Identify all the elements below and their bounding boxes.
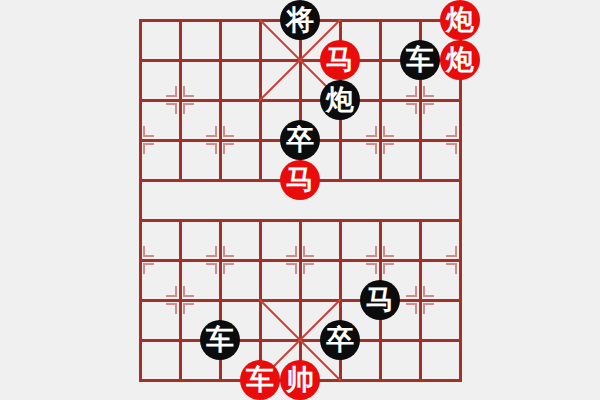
piece-red-chariot[interactable]: 车 — [240, 360, 280, 400]
piece-glyph: 卒 — [326, 326, 354, 354]
piece-glyph: 炮 — [446, 46, 474, 74]
piece-glyph: 将 — [286, 6, 314, 34]
piece-red-cannon[interactable]: 炮 — [440, 0, 480, 40]
piece-black-chariot[interactable]: 车 — [200, 320, 240, 360]
piece-glyph: 帅 — [286, 366, 314, 394]
piece-red-horse[interactable]: 马 — [280, 160, 320, 200]
pieces-layer: 将炮马车炮炮卒马马车卒车帅 — [0, 0, 600, 400]
piece-black-pawn[interactable]: 卒 — [320, 320, 360, 360]
piece-glyph: 炮 — [446, 6, 474, 34]
piece-glyph: 马 — [326, 46, 354, 74]
piece-glyph: 马 — [286, 166, 314, 194]
piece-glyph: 车 — [406, 46, 434, 74]
piece-black-pawn[interactable]: 卒 — [280, 120, 320, 160]
piece-red-cannon[interactable]: 炮 — [440, 40, 480, 80]
piece-red-horse[interactable]: 马 — [320, 40, 360, 80]
piece-glyph: 车 — [246, 366, 274, 394]
piece-glyph: 车 — [206, 326, 234, 354]
piece-black-cannon[interactable]: 炮 — [320, 80, 360, 120]
xiangqi-board-diagram: 将炮马车炮炮卒马马车卒车帅 — [0, 0, 600, 400]
piece-glyph: 炮 — [326, 86, 354, 114]
piece-black-chariot[interactable]: 车 — [400, 40, 440, 80]
piece-glyph: 马 — [366, 286, 394, 314]
piece-red-general[interactable]: 帅 — [280, 360, 320, 400]
piece-black-general[interactable]: 将 — [280, 0, 320, 40]
piece-glyph: 卒 — [286, 126, 314, 154]
piece-black-horse[interactable]: 马 — [360, 280, 400, 320]
